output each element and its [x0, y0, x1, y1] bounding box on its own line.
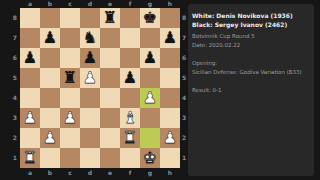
square-g2[interactable] — [140, 128, 160, 148]
coordinate-label-h: h — [160, 0, 180, 8]
coordinate-label-7: 7 — [2, 28, 20, 48]
square-e3[interactable] — [100, 108, 120, 128]
square-e1[interactable] — [100, 148, 120, 168]
chess-analysis-screen: { "game": "chess", "position": { "fen": … — [0, 0, 320, 180]
white-pawn-icon[interactable]: ♟ — [40, 128, 60, 148]
square-f2[interactable]: ♜ — [120, 128, 140, 148]
white-king-icon[interactable]: ♚ — [140, 148, 160, 168]
square-b6[interactable] — [40, 48, 60, 68]
square-e8[interactable]: ♜ — [100, 8, 120, 28]
rank-labels-left: 87654321 — [2, 8, 20, 168]
black-rook-icon[interactable]: ♜ — [60, 68, 80, 88]
square-a7[interactable] — [20, 28, 40, 48]
square-c7[interactable] — [60, 28, 80, 48]
coordinate-label-a: a — [20, 0, 40, 8]
black-rook-icon[interactable]: ♜ — [100, 8, 120, 28]
coordinate-label-e: e — [100, 0, 120, 8]
square-c4[interactable] — [60, 88, 80, 108]
square-g1[interactable]: ♚ — [140, 148, 160, 168]
square-a3[interactable]: ♟ — [20, 108, 40, 128]
square-g5[interactable] — [140, 68, 160, 88]
square-e6[interactable] — [100, 48, 120, 68]
square-a5[interactable] — [20, 68, 40, 88]
black-pawn-icon[interactable]: ♟ — [80, 48, 100, 68]
square-c2[interactable] — [60, 128, 80, 148]
square-f4[interactable] — [120, 88, 140, 108]
file-labels-top: abcdefgh — [20, 0, 180, 8]
square-f6[interactable] — [120, 48, 140, 68]
square-f8[interactable] — [120, 8, 140, 28]
square-h3[interactable] — [160, 108, 180, 128]
white-bishop-icon[interactable]: ♝ — [120, 108, 140, 128]
white-pawn-icon[interactable]: ♟ — [140, 88, 160, 108]
white-rook-icon[interactable]: ♜ — [120, 128, 140, 148]
square-e5[interactable] — [100, 68, 120, 88]
white-player-line: White: Denis Novikova (1936) — [192, 11, 310, 20]
square-d5[interactable]: ♟ — [80, 68, 100, 88]
square-h2[interactable]: ♟ — [160, 128, 180, 148]
white-pawn-icon[interactable]: ♟ — [160, 128, 180, 148]
square-f5[interactable]: ♟ — [120, 68, 140, 88]
coordinate-label-c: c — [60, 168, 80, 180]
square-a1[interactable]: ♜ — [20, 148, 40, 168]
square-b4[interactable] — [40, 88, 60, 108]
coordinate-label-d: d — [80, 0, 100, 8]
square-d4[interactable] — [80, 88, 100, 108]
white-pawn-icon[interactable]: ♟ — [20, 108, 40, 128]
square-a6[interactable]: ♟ — [20, 48, 40, 68]
coordinate-label-c: c — [60, 0, 80, 8]
coordinate-label-d: d — [80, 168, 100, 180]
board[interactable]: ♜♚♟♞♟♟♟♟♜♟♟♟♟♟♝♟♜♟♜♚ — [20, 8, 180, 168]
black-pawn-icon[interactable]: ♟ — [120, 68, 140, 88]
coordinate-label-a: a — [20, 168, 40, 180]
square-d1[interactable] — [80, 148, 100, 168]
coordinate-label-4: 4 — [2, 88, 20, 108]
event-line: Botvinnik Cup Round 5 — [192, 32, 310, 41]
black-king-icon[interactable]: ♚ — [140, 8, 160, 28]
square-b7[interactable]: ♟ — [40, 28, 60, 48]
square-c5[interactable]: ♜ — [60, 68, 80, 88]
square-h5[interactable] — [160, 68, 180, 88]
opening-label: Opening: — [192, 59, 310, 68]
black-pawn-icon[interactable]: ♟ — [40, 28, 60, 48]
coordinate-label-1: 1 — [2, 148, 20, 168]
square-f7[interactable] — [120, 28, 140, 48]
coordinate-label-3: 3 — [2, 108, 20, 128]
square-c3[interactable]: ♟ — [60, 108, 80, 128]
game-info-panel: White: Denis Novikova (1936) Black: Serg… — [188, 4, 314, 176]
square-d3[interactable] — [80, 108, 100, 128]
square-d2[interactable] — [80, 128, 100, 148]
square-h4[interactable] — [160, 88, 180, 108]
coordinate-label-f: f — [120, 168, 140, 180]
square-g6[interactable]: ♟ — [140, 48, 160, 68]
opening-line: Sicilian Defense: Godiva Variation (B33) — [192, 68, 310, 77]
square-a8[interactable] — [20, 8, 40, 28]
square-b2[interactable]: ♟ — [40, 128, 60, 148]
square-h7[interactable]: ♟ — [160, 28, 180, 48]
square-h6[interactable] — [160, 48, 180, 68]
black-pawn-icon[interactable]: ♟ — [20, 48, 40, 68]
square-b8[interactable] — [40, 8, 60, 28]
coordinate-label-g: g — [140, 168, 160, 180]
white-pawn-icon[interactable]: ♟ — [60, 108, 80, 128]
black-player-line: Black: Sergey Ivanov (2462) — [192, 20, 310, 29]
square-e7[interactable] — [100, 28, 120, 48]
square-f3[interactable]: ♝ — [120, 108, 140, 128]
coordinate-label-5: 5 — [2, 68, 20, 88]
coordinate-label-2: 2 — [2, 128, 20, 148]
square-a2[interactable] — [20, 128, 40, 148]
square-c8[interactable] — [60, 8, 80, 28]
result-line: Result: 0-1 — [192, 86, 310, 95]
square-a4[interactable] — [20, 88, 40, 108]
square-b1[interactable] — [40, 148, 60, 168]
square-g8[interactable]: ♚ — [140, 8, 160, 28]
coordinate-label-b: b — [40, 168, 60, 180]
square-h1[interactable] — [160, 148, 180, 168]
coordinate-label-h: h — [160, 168, 180, 180]
square-f1[interactable] — [120, 148, 140, 168]
square-g7[interactable] — [140, 28, 160, 48]
square-c6[interactable] — [60, 48, 80, 68]
coordinate-label-e: e — [100, 168, 120, 180]
coordinate-label-8: 8 — [2, 8, 20, 28]
square-b3[interactable] — [40, 108, 60, 128]
coordinate-label-g: g — [140, 0, 160, 8]
black-pawn-icon[interactable]: ♟ — [140, 48, 160, 68]
black-knight-icon[interactable]: ♞ — [80, 28, 100, 48]
square-d8[interactable] — [80, 8, 100, 28]
square-e2[interactable] — [100, 128, 120, 148]
square-e4[interactable] — [100, 88, 120, 108]
square-d7[interactable]: ♞ — [80, 28, 100, 48]
square-h8[interactable] — [160, 8, 180, 28]
white-pawn-icon[interactable]: ♟ — [80, 68, 100, 88]
date-line: Date: 2020.02.22 — [192, 41, 310, 50]
coordinate-label-f: f — [120, 0, 140, 8]
coordinate-label-b: b — [40, 0, 60, 8]
square-d6[interactable]: ♟ — [80, 48, 100, 68]
square-c1[interactable] — [60, 148, 80, 168]
file-labels-bottom: abcdefgh — [20, 168, 180, 180]
square-b5[interactable] — [40, 68, 60, 88]
white-rook-icon[interactable]: ♜ — [20, 148, 40, 168]
coordinate-label-6: 6 — [2, 48, 20, 68]
square-g4[interactable]: ♟ — [140, 88, 160, 108]
black-pawn-icon[interactable]: ♟ — [160, 28, 180, 48]
square-g3[interactable] — [140, 108, 160, 128]
